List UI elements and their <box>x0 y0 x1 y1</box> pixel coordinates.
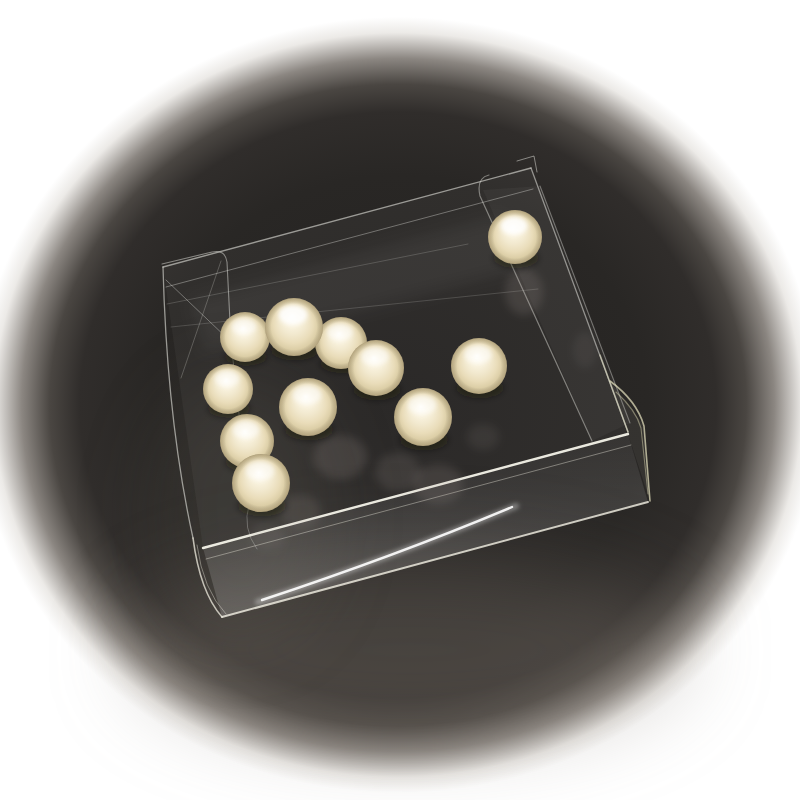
photo-stage <box>0 0 800 800</box>
pearl-specular-highlight <box>361 347 389 366</box>
pearl-specular-highlight <box>233 420 260 438</box>
pearl <box>348 340 404 396</box>
pearl <box>220 312 270 362</box>
pearl-specular-highlight <box>293 385 322 405</box>
pearl-specular-highlight <box>246 461 275 481</box>
pearl <box>265 298 323 356</box>
pearl-specular-highlight <box>215 370 240 387</box>
pearl-specular-highlight <box>232 318 257 335</box>
pearl <box>203 364 253 414</box>
pearl <box>394 388 452 446</box>
pearl-specular-highlight <box>501 216 528 234</box>
pearl-reflection <box>505 269 543 315</box>
pearl-reflection <box>413 464 463 504</box>
pearl-specular-highlight <box>327 323 353 341</box>
pearl-specular-highlight <box>464 345 492 364</box>
pearl <box>279 378 337 436</box>
pearl <box>488 210 542 264</box>
pearl-reflection <box>279 495 321 529</box>
pearl-reflection <box>250 522 286 550</box>
pearls-in-box-photo <box>0 0 800 800</box>
pearl <box>232 454 290 512</box>
pearl-reflection <box>573 332 597 368</box>
pearl <box>451 338 507 394</box>
pearl-specular-highlight <box>279 305 308 325</box>
pearl-reflection <box>313 435 367 479</box>
pearl-specular-highlight <box>408 395 437 415</box>
pearl-reflection <box>467 424 499 450</box>
